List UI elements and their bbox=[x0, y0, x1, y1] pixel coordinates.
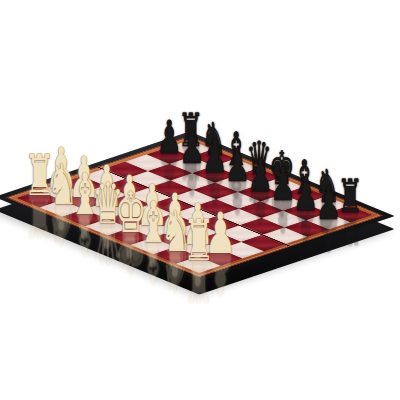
piece-black-pawn-f7[interactable]: ♟♟ bbox=[270, 161, 296, 239]
piece-white-rook-h1[interactable]: ♜♜ bbox=[183, 212, 215, 309]
piece-black-pawn-h7[interactable]: ♟♟ bbox=[316, 180, 342, 258]
piece-layer: ♜♜♞♞♝♝♛♛♚♚♝♝♞♞♜♜♟♟♟♟♟♟♟♟♟♟♟♟♟♟♟♟♟♟♟♟♟♟♟♟… bbox=[17, 145, 372, 278]
chess-board: ♜♜♞♞♝♝♛♛♚♚♝♝♞♞♜♜♟♟♟♟♟♟♟♟♟♟♟♟♟♟♟♟♟♟♟♟♟♟♟♟… bbox=[0, 131, 395, 281]
piece-black-pawn-e7[interactable]: ♟♟ bbox=[247, 152, 273, 230]
piece-black-pawn-g7[interactable]: ♟♟ bbox=[293, 170, 319, 248]
product-photo-scene: ♜♜♞♞♝♝♛♛♚♚♝♝♞♞♜♜♟♟♟♟♟♟♟♟♟♟♟♟♟♟♟♟♟♟♟♟♟♟♟♟… bbox=[0, 0, 400, 400]
board-border-strip: ♜♜♞♞♝♝♛♛♚♚♝♝♞♞♜♜♟♟♟♟♟♟♟♟♟♟♟♟♟♟♟♟♟♟♟♟♟♟♟♟… bbox=[6, 136, 382, 277]
